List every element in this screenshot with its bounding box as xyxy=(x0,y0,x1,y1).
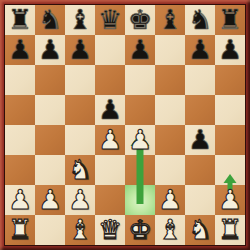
square-b2[interactable]: ♟ xyxy=(35,185,65,215)
white-bishop[interactable]: ♝ xyxy=(65,215,95,245)
square-g6[interactable] xyxy=(185,65,215,95)
square-g2[interactable] xyxy=(185,185,215,215)
square-c4[interactable] xyxy=(65,125,95,155)
white-knight[interactable]: ♞ xyxy=(65,155,95,185)
square-a1[interactable]: ♜ xyxy=(5,215,35,245)
black-knight[interactable]: ♞ xyxy=(185,5,215,35)
white-bishop[interactable]: ♝ xyxy=(155,215,185,245)
white-pawn[interactable]: ♟ xyxy=(65,185,95,215)
square-e2[interactable] xyxy=(125,185,155,215)
square-e1[interactable]: ♚ xyxy=(125,215,155,245)
square-c2[interactable]: ♟ xyxy=(65,185,95,215)
square-c6[interactable] xyxy=(65,65,95,95)
white-pawn[interactable]: ♟ xyxy=(155,185,185,215)
square-a4[interactable] xyxy=(5,125,35,155)
square-h8[interactable]: ♜ xyxy=(215,5,245,35)
square-f4[interactable] xyxy=(155,125,185,155)
square-g3[interactable] xyxy=(185,155,215,185)
square-c3[interactable]: ♞ xyxy=(65,155,95,185)
black-pawn[interactable]: ♟ xyxy=(125,35,155,65)
black-bishop[interactable]: ♝ xyxy=(65,5,95,35)
square-f8[interactable]: ♝ xyxy=(155,5,185,35)
square-d7[interactable] xyxy=(95,35,125,65)
square-h3[interactable] xyxy=(215,155,245,185)
black-pawn[interactable]: ♟ xyxy=(95,95,125,125)
chess-app-window: ♜♞♝♛♚♝♞♜♟♟♟♟♟♟♟♟♟♟♞♟♟♟♟♟♜♝♛♚♝♞♜ xyxy=(0,0,250,250)
square-c7[interactable]: ♟ xyxy=(65,35,95,65)
square-h4[interactable] xyxy=(215,125,245,155)
chess-board: ♜♞♝♛♚♝♞♜♟♟♟♟♟♟♟♟♟♟♞♟♟♟♟♟♜♝♛♚♝♞♜ xyxy=(5,5,245,245)
white-knight[interactable]: ♞ xyxy=(185,215,215,245)
square-b3[interactable] xyxy=(35,155,65,185)
square-g5[interactable] xyxy=(185,95,215,125)
square-b5[interactable] xyxy=(35,95,65,125)
square-e7[interactable]: ♟ xyxy=(125,35,155,65)
square-h1[interactable]: ♜ xyxy=(215,215,245,245)
square-a7[interactable]: ♟ xyxy=(5,35,35,65)
black-pawn[interactable]: ♟ xyxy=(65,35,95,65)
square-f5[interactable] xyxy=(155,95,185,125)
white-queen[interactable]: ♛ xyxy=(95,215,125,245)
black-bishop[interactable]: ♝ xyxy=(155,5,185,35)
black-pawn[interactable]: ♟ xyxy=(185,35,215,65)
black-king[interactable]: ♚ xyxy=(125,5,155,35)
square-b8[interactable]: ♞ xyxy=(35,5,65,35)
white-pawn[interactable]: ♟ xyxy=(215,185,245,215)
white-king[interactable]: ♚ xyxy=(125,215,155,245)
square-d3[interactable] xyxy=(95,155,125,185)
square-h6[interactable] xyxy=(215,65,245,95)
square-f7[interactable] xyxy=(155,35,185,65)
square-h7[interactable]: ♟ xyxy=(215,35,245,65)
black-queen[interactable]: ♛ xyxy=(95,5,125,35)
square-b4[interactable] xyxy=(35,125,65,155)
square-f6[interactable] xyxy=(155,65,185,95)
square-b1[interactable] xyxy=(35,215,65,245)
white-pawn[interactable]: ♟ xyxy=(125,125,155,155)
square-f3[interactable] xyxy=(155,155,185,185)
square-h5[interactable] xyxy=(215,95,245,125)
white-rook[interactable]: ♜ xyxy=(5,215,35,245)
black-pawn[interactable]: ♟ xyxy=(215,35,245,65)
square-h2[interactable]: ♟ xyxy=(215,185,245,215)
square-a5[interactable] xyxy=(5,95,35,125)
square-b7[interactable]: ♟ xyxy=(35,35,65,65)
square-a2[interactable]: ♟ xyxy=(5,185,35,215)
square-c1[interactable]: ♝ xyxy=(65,215,95,245)
square-a8[interactable]: ♜ xyxy=(5,5,35,35)
square-c8[interactable]: ♝ xyxy=(65,5,95,35)
square-f1[interactable]: ♝ xyxy=(155,215,185,245)
square-d8[interactable]: ♛ xyxy=(95,5,125,35)
square-a6[interactable] xyxy=(5,65,35,95)
black-pawn[interactable]: ♟ xyxy=(35,35,65,65)
square-d4[interactable]: ♟ xyxy=(95,125,125,155)
square-d5[interactable]: ♟ xyxy=(95,95,125,125)
square-g7[interactable]: ♟ xyxy=(185,35,215,65)
square-c5[interactable] xyxy=(65,95,95,125)
square-e4[interactable]: ♟ xyxy=(125,125,155,155)
square-e5[interactable] xyxy=(125,95,155,125)
square-d2[interactable] xyxy=(95,185,125,215)
board-frame: ♜♞♝♛♚♝♞♜♟♟♟♟♟♟♟♟♟♟♞♟♟♟♟♟♜♝♛♚♝♞♜ xyxy=(0,0,250,250)
white-pawn[interactable]: ♟ xyxy=(95,125,125,155)
square-g4[interactable]: ♟ xyxy=(185,125,215,155)
black-knight[interactable]: ♞ xyxy=(35,5,65,35)
black-rook[interactable]: ♜ xyxy=(5,5,35,35)
square-d6[interactable] xyxy=(95,65,125,95)
square-e6[interactable] xyxy=(125,65,155,95)
white-pawn[interactable]: ♟ xyxy=(5,185,35,215)
square-a3[interactable] xyxy=(5,155,35,185)
white-pawn[interactable]: ♟ xyxy=(35,185,65,215)
square-e3[interactable] xyxy=(125,155,155,185)
square-g1[interactable]: ♞ xyxy=(185,215,215,245)
black-pawn[interactable]: ♟ xyxy=(185,125,215,155)
black-pawn[interactable]: ♟ xyxy=(5,35,35,65)
square-e8[interactable]: ♚ xyxy=(125,5,155,35)
square-d1[interactable]: ♛ xyxy=(95,215,125,245)
square-f2[interactable]: ♟ xyxy=(155,185,185,215)
black-rook[interactable]: ♜ xyxy=(215,5,245,35)
white-rook[interactable]: ♜ xyxy=(215,215,245,245)
square-g8[interactable]: ♞ xyxy=(185,5,215,35)
square-b6[interactable] xyxy=(35,65,65,95)
